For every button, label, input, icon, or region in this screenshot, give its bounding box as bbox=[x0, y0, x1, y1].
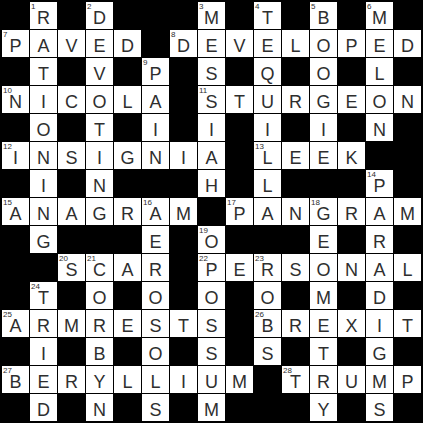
black-cell bbox=[254, 394, 281, 421]
black-cell bbox=[338, 282, 365, 309]
grid-cell[interactable]: R bbox=[310, 366, 337, 393]
grid-cell[interactable]: I bbox=[198, 114, 225, 141]
black-cell bbox=[338, 338, 365, 365]
grid-cell[interactable]: E bbox=[114, 310, 141, 337]
grid-cell[interactable]: U bbox=[338, 366, 365, 393]
grid-cell[interactable]: E bbox=[254, 30, 281, 57]
cell-letter: A bbox=[198, 149, 225, 167]
crossword-board: 1R2D3M4T5B6M7PAVED8DEVELOPEDTV9PSQOL10NI… bbox=[0, 0, 423, 423]
grid-cell[interactable]: M bbox=[170, 198, 197, 225]
grid-cell[interactable]: O bbox=[198, 282, 225, 309]
black-cell bbox=[226, 310, 253, 337]
grid-cell[interactable]: Y bbox=[310, 394, 337, 421]
grid-cell[interactable]: 22P bbox=[198, 254, 225, 281]
grid-cell[interactable]: 1R bbox=[30, 2, 57, 29]
black-cell bbox=[86, 226, 113, 253]
cell-letter: N bbox=[30, 205, 57, 223]
cell-letter: L bbox=[254, 149, 281, 167]
grid-cell[interactable]: O bbox=[310, 254, 337, 281]
grid-cell[interactable]: A bbox=[366, 254, 393, 281]
cell-letter: I bbox=[254, 121, 281, 139]
black-cell bbox=[30, 254, 57, 281]
black-cell bbox=[114, 394, 141, 421]
cell-letter: U bbox=[338, 373, 365, 391]
cell-letter: V bbox=[86, 65, 113, 83]
cell-letter: A bbox=[366, 205, 393, 223]
grid-cell[interactable]: K bbox=[338, 142, 365, 169]
cell-letter: A bbox=[142, 205, 169, 223]
cell-letter: B bbox=[254, 317, 281, 335]
grid-cell[interactable]: M bbox=[58, 310, 85, 337]
grid-cell[interactable]: G bbox=[366, 338, 393, 365]
cell-letter: Q bbox=[254, 65, 281, 83]
grid-cell[interactable]: R bbox=[86, 310, 113, 337]
grid-cell[interactable]: E bbox=[142, 226, 169, 253]
grid-cell[interactable]: T bbox=[170, 310, 197, 337]
cell-letter: E bbox=[226, 261, 253, 279]
grid-cell[interactable]: M bbox=[366, 366, 393, 393]
cell-letter: N bbox=[30, 149, 57, 167]
cell-letter: L bbox=[254, 177, 281, 195]
cell-letter: O bbox=[30, 121, 57, 139]
grid-cell[interactable]: 3M bbox=[198, 2, 225, 29]
grid-cell[interactable]: N bbox=[30, 142, 57, 169]
grid-cell[interactable]: 24T bbox=[30, 282, 57, 309]
cell-letter: T bbox=[86, 121, 113, 139]
cell-letter: M bbox=[198, 401, 225, 419]
black-cell bbox=[170, 114, 197, 141]
black-cell bbox=[226, 2, 253, 29]
cell-letter: O bbox=[86, 289, 113, 307]
grid-cell[interactable]: A bbox=[58, 198, 85, 225]
grid-cell[interactable]: O bbox=[142, 338, 169, 365]
black-cell bbox=[338, 394, 365, 421]
cell-letter: G bbox=[30, 233, 57, 251]
cell-letter: I bbox=[142, 121, 169, 139]
cell-letter: R bbox=[86, 317, 113, 335]
cell-letter: M bbox=[366, 373, 393, 391]
black-cell bbox=[114, 338, 141, 365]
cell-letter: N bbox=[2, 93, 29, 111]
cell-letter: S bbox=[254, 345, 281, 363]
black-cell bbox=[394, 338, 421, 365]
cell-letter: O bbox=[310, 37, 337, 55]
grid-cell[interactable]: 17P bbox=[226, 198, 253, 225]
grid-cell[interactable]: L bbox=[114, 366, 141, 393]
grid-cell[interactable]: R bbox=[58, 366, 85, 393]
grid-cell[interactable]: E bbox=[366, 30, 393, 57]
cell-letter: R bbox=[282, 93, 309, 111]
black-cell bbox=[170, 226, 197, 253]
grid-cell[interactable]: S bbox=[254, 338, 281, 365]
cell-letter: R bbox=[282, 317, 309, 335]
cell-letter: B bbox=[2, 373, 29, 391]
grid-cell[interactable]: V bbox=[86, 58, 113, 85]
grid-cell[interactable]: S bbox=[198, 58, 225, 85]
black-cell bbox=[310, 170, 337, 197]
black-cell bbox=[394, 226, 421, 253]
cell-letter: O bbox=[310, 261, 337, 279]
black-cell bbox=[366, 142, 393, 169]
grid-cell[interactable]: U bbox=[254, 86, 281, 113]
grid-cell[interactable]: O bbox=[366, 86, 393, 113]
grid-cell[interactable]: H bbox=[198, 170, 225, 197]
grid-cell[interactable]: O bbox=[310, 58, 337, 85]
black-cell bbox=[142, 30, 169, 57]
cell-letter: E bbox=[86, 37, 113, 55]
cell-letter: P bbox=[226, 205, 253, 223]
black-cell bbox=[170, 338, 197, 365]
black-cell bbox=[170, 58, 197, 85]
grid-cell[interactable]: M bbox=[394, 198, 421, 225]
grid-cell[interactable]: 4T bbox=[254, 2, 281, 29]
grid-cell[interactable]: I bbox=[86, 142, 113, 169]
black-cell bbox=[282, 170, 309, 197]
cell-letter: R bbox=[58, 373, 85, 391]
grid-cell[interactable]: C bbox=[58, 86, 85, 113]
grid-cell[interactable]: D bbox=[366, 282, 393, 309]
black-cell bbox=[254, 226, 281, 253]
grid-cell[interactable]: E bbox=[226, 254, 253, 281]
grid-cell[interactable]: 19O bbox=[198, 226, 225, 253]
cell-letter: D bbox=[170, 37, 197, 55]
grid-cell[interactable]: I bbox=[310, 114, 337, 141]
grid-cell[interactable]: 5B bbox=[310, 2, 337, 29]
cell-letter: S bbox=[142, 401, 169, 419]
black-cell bbox=[58, 170, 85, 197]
cell-letter: P bbox=[198, 261, 225, 279]
cell-letter: E bbox=[282, 149, 309, 167]
black-cell bbox=[282, 394, 309, 421]
grid-cell[interactable]: G bbox=[30, 226, 57, 253]
cell-letter: S bbox=[282, 261, 309, 279]
grid-cell[interactable]: 18G bbox=[310, 198, 337, 225]
grid-cell[interactable]: 2D bbox=[86, 2, 113, 29]
cell-letter: E bbox=[338, 93, 365, 111]
grid-cell[interactable]: V bbox=[226, 30, 253, 57]
grid-cell[interactable]: T bbox=[394, 310, 421, 337]
grid-cell[interactable]: P bbox=[338, 30, 365, 57]
grid-cell[interactable]: O bbox=[142, 282, 169, 309]
grid-cell[interactable]: P bbox=[394, 366, 421, 393]
grid-cell[interactable]: S bbox=[282, 254, 309, 281]
grid-cell[interactable]: O bbox=[86, 282, 113, 309]
grid-cell[interactable]: E bbox=[86, 30, 113, 57]
grid-cell[interactable]: O bbox=[254, 282, 281, 309]
grid-cell[interactable]: 21C bbox=[86, 254, 113, 281]
grid-cell[interactable]: N bbox=[142, 142, 169, 169]
grid-cell[interactable]: 28T bbox=[282, 366, 309, 393]
black-cell bbox=[2, 226, 29, 253]
black-cell bbox=[58, 2, 85, 29]
grid-cell[interactable]: B bbox=[86, 338, 113, 365]
cell-letter: O bbox=[254, 289, 281, 307]
grid-cell[interactable]: T bbox=[310, 338, 337, 365]
cell-letter: N bbox=[366, 121, 393, 139]
cell-letter: G bbox=[310, 93, 337, 111]
grid-cell[interactable]: 13L bbox=[254, 142, 281, 169]
grid-cell[interactable]: R bbox=[282, 86, 309, 113]
grid-cell[interactable]: 9P bbox=[142, 58, 169, 85]
black-cell bbox=[114, 170, 141, 197]
cell-letter: S bbox=[198, 93, 225, 111]
grid-cell[interactable]: M bbox=[198, 394, 225, 421]
grid-cell[interactable]: N bbox=[86, 170, 113, 197]
cell-letter: A bbox=[366, 261, 393, 279]
black-cell bbox=[282, 338, 309, 365]
grid-cell[interactable]: T bbox=[86, 114, 113, 141]
cell-letter: D bbox=[366, 289, 393, 307]
black-cell bbox=[394, 170, 421, 197]
cell-letter: K bbox=[338, 149, 365, 167]
black-cell bbox=[2, 338, 29, 365]
cell-letter: T bbox=[254, 9, 281, 27]
cell-letter: I bbox=[30, 345, 57, 363]
grid-cell[interactable]: S bbox=[198, 310, 225, 337]
black-cell bbox=[254, 366, 281, 393]
cell-letter: S bbox=[142, 317, 169, 335]
black-cell bbox=[142, 2, 169, 29]
grid-cell[interactable]: E bbox=[310, 310, 337, 337]
black-cell bbox=[2, 394, 29, 421]
grid-cell[interactable]: N bbox=[394, 86, 421, 113]
cell-letter: H bbox=[198, 177, 225, 195]
grid-cell[interactable]: 16A bbox=[142, 198, 169, 225]
grid-cell[interactable]: L bbox=[394, 254, 421, 281]
cell-letter: I bbox=[2, 149, 29, 167]
grid-cell[interactable]: R bbox=[338, 198, 365, 225]
grid-cell[interactable]: L bbox=[282, 30, 309, 57]
grid-cell[interactable]: I bbox=[30, 86, 57, 113]
grid-cell[interactable]: N bbox=[366, 114, 393, 141]
grid-cell[interactable]: Q bbox=[254, 58, 281, 85]
grid-cell[interactable]: 8D bbox=[170, 30, 197, 57]
cell-letter: I bbox=[198, 121, 225, 139]
grid-cell[interactable]: 15A bbox=[2, 198, 29, 225]
black-cell bbox=[282, 58, 309, 85]
black-cell bbox=[282, 114, 309, 141]
grid-cell[interactable]: 6M bbox=[366, 2, 393, 29]
black-cell bbox=[226, 338, 253, 365]
grid-cell[interactable]: D bbox=[394, 30, 421, 57]
grid-cell[interactable]: O bbox=[30, 114, 57, 141]
grid-cell[interactable]: 14P bbox=[366, 170, 393, 197]
cell-letter: M bbox=[310, 289, 337, 307]
grid-cell[interactable]: S bbox=[142, 310, 169, 337]
cell-letter: I bbox=[30, 177, 57, 195]
cell-letter: O bbox=[142, 289, 169, 307]
grid-cell[interactable]: 10N bbox=[2, 86, 29, 113]
grid-cell[interactable]: E bbox=[30, 366, 57, 393]
cell-letter: R bbox=[310, 373, 337, 391]
grid-cell[interactable]: 26B bbox=[254, 310, 281, 337]
grid-cell[interactable]: N bbox=[338, 254, 365, 281]
black-cell bbox=[170, 86, 197, 113]
black-cell bbox=[58, 394, 85, 421]
cell-letter: I bbox=[366, 317, 393, 335]
grid-cell[interactable]: 11S bbox=[198, 86, 225, 113]
cell-letter: E bbox=[310, 233, 337, 251]
cell-letter: C bbox=[86, 261, 113, 279]
cell-letter: D bbox=[394, 37, 421, 55]
grid-cell[interactable]: N bbox=[282, 198, 309, 225]
grid-cell[interactable]: A bbox=[254, 198, 281, 225]
black-cell bbox=[114, 114, 141, 141]
grid-cell[interactable]: L bbox=[254, 170, 281, 197]
cell-letter: V bbox=[226, 37, 253, 55]
cell-letter: N bbox=[86, 177, 113, 195]
grid-cell[interactable]: I bbox=[366, 310, 393, 337]
grid-cell[interactable]: A bbox=[366, 198, 393, 225]
cell-letter: R bbox=[114, 205, 141, 223]
cell-letter: G bbox=[114, 149, 141, 167]
cell-letter: S bbox=[366, 401, 393, 419]
cell-letter: U bbox=[198, 373, 225, 391]
grid-cell[interactable]: E bbox=[310, 142, 337, 169]
grid-cell[interactable]: X bbox=[338, 310, 365, 337]
grid-cell[interactable]: S bbox=[58, 142, 85, 169]
cell-letter: B bbox=[86, 345, 113, 363]
grid-cell[interactable]: S bbox=[142, 394, 169, 421]
grid-cell[interactable]: 7P bbox=[2, 30, 29, 57]
black-cell bbox=[394, 282, 421, 309]
black-cell bbox=[226, 170, 253, 197]
cell-letter: R bbox=[366, 233, 393, 251]
cell-letter: S bbox=[198, 345, 225, 363]
grid-cell[interactable]: G bbox=[86, 198, 113, 225]
black-cell bbox=[338, 226, 365, 253]
grid-cell[interactable]: A bbox=[142, 86, 169, 113]
black-cell bbox=[114, 58, 141, 85]
black-cell bbox=[394, 114, 421, 141]
grid-cell[interactable]: A bbox=[114, 254, 141, 281]
cell-letter: S bbox=[58, 149, 85, 167]
grid-cell[interactable]: D bbox=[114, 30, 141, 57]
grid-cell[interactable]: R bbox=[142, 254, 169, 281]
grid-cell[interactable]: R bbox=[282, 310, 309, 337]
grid-cell[interactable]: A bbox=[30, 30, 57, 57]
grid-cell[interactable]: I bbox=[30, 338, 57, 365]
cell-letter: E bbox=[30, 373, 57, 391]
grid-cell[interactable]: D bbox=[30, 394, 57, 421]
grid-cell[interactable]: E bbox=[282, 142, 309, 169]
cell-letter: N bbox=[282, 205, 309, 223]
grid-cell[interactable]: N bbox=[30, 198, 57, 225]
grid-cell[interactable]: V bbox=[58, 30, 85, 57]
grid-cell[interactable]: O bbox=[310, 30, 337, 57]
cell-letter: T bbox=[30, 289, 57, 307]
cell-letter: E bbox=[114, 317, 141, 335]
cell-letter: E bbox=[142, 233, 169, 251]
black-cell bbox=[2, 170, 29, 197]
grid-cell[interactable]: I bbox=[170, 366, 197, 393]
cell-letter: M bbox=[366, 9, 393, 27]
cell-letter: E bbox=[254, 37, 281, 55]
grid-cell[interactable]: R bbox=[366, 226, 393, 253]
cell-letter: U bbox=[254, 93, 281, 111]
grid-cell[interactable]: R bbox=[114, 198, 141, 225]
cell-letter: Y bbox=[310, 401, 337, 419]
cell-letter: I bbox=[170, 149, 197, 167]
grid-cell[interactable]: T bbox=[226, 86, 253, 113]
grid-cell[interactable]: L bbox=[142, 366, 169, 393]
cell-letter: A bbox=[58, 205, 85, 223]
grid-cell[interactable]: L bbox=[366, 58, 393, 85]
black-cell bbox=[2, 58, 29, 85]
black-cell bbox=[2, 2, 29, 29]
black-cell bbox=[58, 114, 85, 141]
cell-letter: A bbox=[2, 205, 29, 223]
grid-cell[interactable]: E bbox=[338, 86, 365, 113]
grid-cell[interactable]: M bbox=[310, 282, 337, 309]
cell-letter: O bbox=[142, 345, 169, 363]
black-cell bbox=[2, 254, 29, 281]
cell-letter: E bbox=[198, 37, 225, 55]
grid-cell[interactable]: 20S bbox=[58, 254, 85, 281]
black-cell bbox=[2, 282, 29, 309]
grid-cell[interactable]: M bbox=[226, 366, 253, 393]
grid-cell[interactable]: G bbox=[310, 86, 337, 113]
grid-cell[interactable]: Y bbox=[86, 366, 113, 393]
grid-cell[interactable]: G bbox=[114, 142, 141, 169]
black-cell bbox=[58, 58, 85, 85]
cell-letter: R bbox=[142, 261, 169, 279]
grid-cell[interactable]: E bbox=[198, 30, 225, 57]
cell-letter: O bbox=[198, 289, 225, 307]
grid-cell[interactable]: 23R bbox=[254, 254, 281, 281]
grid-cell[interactable]: O bbox=[86, 86, 113, 113]
cell-letter: L bbox=[282, 37, 309, 55]
black-cell bbox=[114, 226, 141, 253]
cell-letter: A bbox=[30, 37, 57, 55]
grid-cell[interactable]: E bbox=[310, 226, 337, 253]
cell-letter: O bbox=[310, 65, 337, 83]
grid-cell[interactable]: N bbox=[86, 394, 113, 421]
grid-cell[interactable]: S bbox=[366, 394, 393, 421]
grid-cell[interactable]: 27B bbox=[2, 366, 29, 393]
cell-letter: A bbox=[254, 205, 281, 223]
grid-cell[interactable]: L bbox=[114, 86, 141, 113]
black-cell bbox=[198, 198, 225, 225]
cell-letter: A bbox=[142, 93, 169, 111]
cell-letter: P bbox=[142, 65, 169, 83]
grid-cell[interactable]: I bbox=[30, 170, 57, 197]
grid-cell[interactable]: I bbox=[142, 114, 169, 141]
grid-cell[interactable]: T bbox=[30, 58, 57, 85]
grid-cell[interactable]: R bbox=[30, 310, 57, 337]
grid-cell[interactable]: S bbox=[198, 338, 225, 365]
grid-cell[interactable]: A bbox=[198, 142, 225, 169]
cell-letter: G bbox=[310, 205, 337, 223]
cell-letter: N bbox=[394, 93, 421, 111]
grid-cell[interactable]: 25A bbox=[2, 310, 29, 337]
cell-letter: M bbox=[394, 205, 421, 223]
black-cell bbox=[282, 226, 309, 253]
cell-letter: I bbox=[30, 93, 57, 111]
grid-cell[interactable]: 12I bbox=[2, 142, 29, 169]
black-cell bbox=[282, 282, 309, 309]
grid-cell[interactable]: I bbox=[254, 114, 281, 141]
black-cell bbox=[58, 282, 85, 309]
cell-letter: L bbox=[366, 65, 393, 83]
cell-letter: I bbox=[170, 373, 197, 391]
black-cell bbox=[226, 282, 253, 309]
grid-cell[interactable]: I bbox=[170, 142, 197, 169]
black-cell bbox=[114, 2, 141, 29]
grid-cell[interactable]: U bbox=[198, 366, 225, 393]
cell-letter: D bbox=[114, 37, 141, 55]
cell-letter: E bbox=[310, 317, 337, 335]
